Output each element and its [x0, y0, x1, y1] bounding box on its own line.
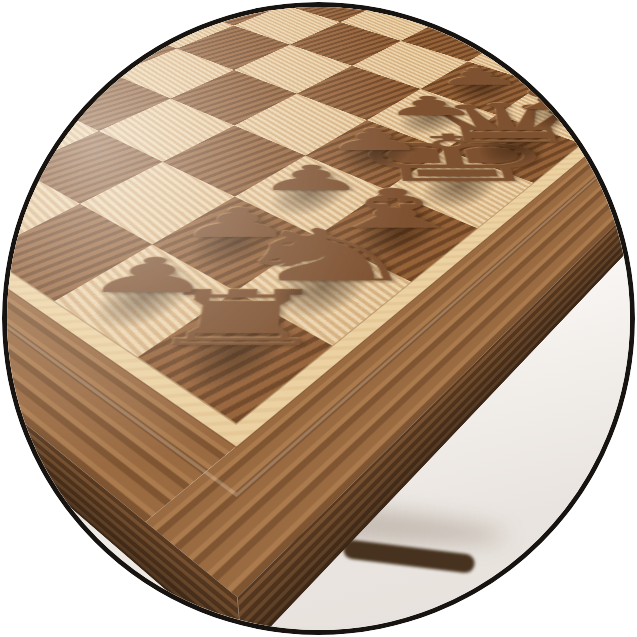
piece-black-rook-a8: ♜	[562, 30, 635, 58]
piece-black-pawn-a7: ♟	[514, 18, 606, 37]
piece-shadow	[559, 63, 635, 103]
square-a6	[445, 2, 548, 37]
piece-black-knight-b8: ♞	[513, 49, 635, 85]
square-f1	[2, 15, 15, 57]
square-f3	[2, 53, 114, 104]
square-b3	[233, 2, 330, 5]
square-a7	[510, 15, 617, 57]
square-g3	[2, 79, 42, 137]
square-e2	[15, 11, 125, 52]
square-f2	[2, 33, 62, 79]
perspective-scene: ♜♞♝♚♛♝♞♜♟♟♟♟♟♟♟♟	[7, 7, 630, 630]
square-a5	[385, 2, 484, 19]
square-c2	[135, 2, 233, 8]
square-d2	[78, 2, 182, 29]
square-e1	[2, 2, 78, 33]
piece-shadow	[525, 20, 602, 53]
square-h4	[2, 137, 17, 212]
chess-board: ♜♞♝♚♛♝♞♜♟♟♟♟♟♟♟♟	[2, 2, 635, 597]
piece-shadow	[598, 38, 635, 74]
square-b8	[542, 57, 635, 109]
circular-photo-crop: ♜♞♝♚♛♝♞♜♟♟♟♟♟♟♟♟	[2, 2, 635, 635]
photo-stage: ♜♞♝♚♛♝♞♜♟♟♟♟♟♟♟♟	[0, 0, 637, 637]
piece-black-pawn-b7: ♟	[474, 40, 569, 61]
square-a8	[582, 33, 635, 79]
square-d1	[35, 2, 135, 11]
